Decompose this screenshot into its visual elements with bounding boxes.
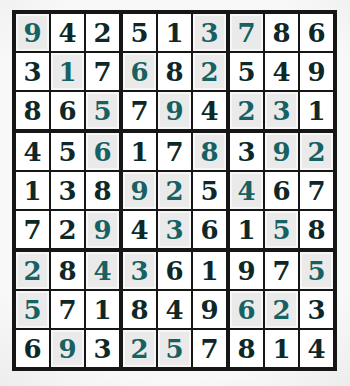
cell-r3c5-given[interactable]: 9 (158, 92, 191, 129)
cell-r5c5-given[interactable]: 2 (158, 172, 191, 209)
cell-r7c1-given[interactable]: 2 (16, 252, 49, 289)
cell-r5c1[interactable]: 1 (16, 172, 49, 209)
cell-r5c9[interactable]: 7 (300, 172, 333, 209)
cell-r2c6-given[interactable]: 2 (193, 53, 226, 90)
cell-r3c3-given[interactable]: 5 (86, 92, 119, 129)
cell-r7c3-given[interactable]: 4 (86, 252, 119, 289)
cell-r2c2-given[interactable]: 1 (51, 53, 84, 90)
cell-r1c1-given[interactable]: 9 (16, 14, 49, 51)
cell-r5c8[interactable]: 6 (265, 172, 298, 209)
box-2-3: 392467158 (230, 133, 333, 248)
cell-r9c5-given[interactable]: 5 (158, 330, 191, 367)
box-1-3: 786549231 (230, 14, 333, 129)
cell-r4c4[interactable]: 1 (123, 133, 156, 170)
cell-r3c8-given[interactable]: 3 (265, 92, 298, 129)
cell-r8c2[interactable]: 7 (51, 291, 84, 328)
cell-r3c9[interactable]: 1 (300, 92, 333, 129)
cell-r9c6[interactable]: 7 (193, 330, 226, 367)
cell-r1c7-given[interactable]: 7 (230, 14, 263, 51)
cell-r9c9[interactable]: 4 (300, 330, 333, 367)
cell-r1c3[interactable]: 2 (86, 14, 119, 51)
cell-r2c9[interactable]: 9 (300, 53, 333, 90)
cell-r8c6[interactable]: 9 (193, 291, 226, 328)
cell-r1c9[interactable]: 6 (300, 14, 333, 51)
box-1-1: 942317865 (16, 14, 119, 129)
sudoku-board: 9423178655136827947865492314561387291789… (12, 10, 337, 371)
box-2-2: 178925436 (123, 133, 226, 248)
cell-r7c5[interactable]: 6 (158, 252, 191, 289)
cell-r8c5[interactable]: 4 (158, 291, 191, 328)
cell-r4c5[interactable]: 7 (158, 133, 191, 170)
cell-r1c6-given[interactable]: 3 (193, 14, 226, 51)
cell-r9c2-given[interactable]: 9 (51, 330, 84, 367)
cell-r5c4-given[interactable]: 9 (123, 172, 156, 209)
cell-r5c2[interactable]: 3 (51, 172, 84, 209)
cell-r6c2[interactable]: 2 (51, 211, 84, 248)
cell-r8c1-given[interactable]: 5 (16, 291, 49, 328)
cell-r2c1[interactable]: 3 (16, 53, 49, 90)
cell-r2c7[interactable]: 5 (230, 53, 263, 90)
cell-r5c7-given[interactable]: 4 (230, 172, 263, 209)
box-3-2: 361849257 (123, 252, 226, 367)
cell-r4c1[interactable]: 4 (16, 133, 49, 170)
cell-r3c2[interactable]: 6 (51, 92, 84, 129)
cell-r4c2[interactable]: 5 (51, 133, 84, 170)
cell-r7c9-given[interactable]: 5 (300, 252, 333, 289)
box-2-1: 456138729 (16, 133, 119, 248)
cell-r7c2[interactable]: 8 (51, 252, 84, 289)
cell-r9c3[interactable]: 3 (86, 330, 119, 367)
cell-r8c9[interactable]: 3 (300, 291, 333, 328)
cell-r6c4[interactable]: 4 (123, 211, 156, 248)
cell-r3c1[interactable]: 8 (16, 92, 49, 129)
cell-r2c3[interactable]: 7 (86, 53, 119, 90)
cell-r4c6-given[interactable]: 8 (193, 133, 226, 170)
cell-r4c8-given[interactable]: 9 (265, 133, 298, 170)
cell-r7c4-given[interactable]: 3 (123, 252, 156, 289)
page-background: 9423178655136827947865492314561387291789… (0, 0, 350, 386)
cell-r8c8-given[interactable]: 2 (265, 291, 298, 328)
cell-r1c8[interactable]: 8 (265, 14, 298, 51)
cell-r1c2[interactable]: 4 (51, 14, 84, 51)
cell-r6c1[interactable]: 7 (16, 211, 49, 248)
cell-r9c7[interactable]: 8 (230, 330, 263, 367)
cell-r7c8[interactable]: 7 (265, 252, 298, 289)
cell-r3c7-given[interactable]: 2 (230, 92, 263, 129)
cell-r7c7[interactable]: 9 (230, 252, 263, 289)
cell-r9c1[interactable]: 6 (16, 330, 49, 367)
cell-r6c6[interactable]: 6 (193, 211, 226, 248)
box-1-2: 513682794 (123, 14, 226, 129)
box-3-3: 975623814 (230, 252, 333, 367)
cell-r8c4[interactable]: 8 (123, 291, 156, 328)
cell-r5c3[interactable]: 8 (86, 172, 119, 209)
cell-r2c8[interactable]: 4 (265, 53, 298, 90)
cell-r6c9[interactable]: 8 (300, 211, 333, 248)
cell-r2c5[interactable]: 8 (158, 53, 191, 90)
cell-r9c4-given[interactable]: 2 (123, 330, 156, 367)
cell-r7c6[interactable]: 1 (193, 252, 226, 289)
cell-r5c6[interactable]: 5 (193, 172, 226, 209)
cell-r8c3[interactable]: 1 (86, 291, 119, 328)
cell-r1c5[interactable]: 1 (158, 14, 191, 51)
cell-r6c3-given[interactable]: 9 (86, 211, 119, 248)
cell-r2c4-given[interactable]: 6 (123, 53, 156, 90)
cell-r6c5-given[interactable]: 3 (158, 211, 191, 248)
cell-r4c7[interactable]: 3 (230, 133, 263, 170)
cell-r1c4[interactable]: 5 (123, 14, 156, 51)
cell-r9c8[interactable]: 1 (265, 330, 298, 367)
cell-r3c4[interactable]: 7 (123, 92, 156, 129)
cell-r6c7[interactable]: 1 (230, 211, 263, 248)
cell-r4c3-given[interactable]: 6 (86, 133, 119, 170)
cell-r4c9-given[interactable]: 2 (300, 133, 333, 170)
box-3-1: 284571693 (16, 252, 119, 367)
cell-r6c8-given[interactable]: 5 (265, 211, 298, 248)
cell-r3c6[interactable]: 4 (193, 92, 226, 129)
cell-r8c7-given[interactable]: 6 (230, 291, 263, 328)
